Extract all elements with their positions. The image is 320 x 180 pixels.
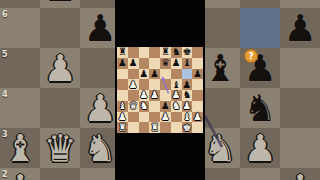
square-h5[interactable] (192, 79, 203, 90)
bg-square-f3: ♞ (200, 128, 240, 168)
bg-rank-label-6: 6 (2, 10, 8, 19)
bg-square-h4 (280, 88, 320, 128)
bg-square-h2: ♟ (280, 168, 320, 180)
square-g7[interactable]: ♝ (182, 58, 193, 69)
bg-square-b7: ♟ (40, 0, 80, 8)
bg-square-f7 (200, 0, 240, 8)
piece-white-bishop: ♝ (182, 112, 191, 122)
square-b1[interactable] (128, 122, 139, 133)
square-f2[interactable] (171, 112, 182, 123)
piece-white-pawn: ♟ (118, 112, 127, 122)
piece-black-knight: ♞ (172, 47, 181, 57)
piece-white-pawn: ♟ (129, 79, 138, 89)
square-a5[interactable] (117, 79, 128, 90)
bg-square-f2 (200, 168, 240, 180)
piece-white-queen: ♛ (129, 101, 138, 111)
piece-black-pawn: ♟ (193, 69, 202, 79)
bg-square-a7 (0, 0, 40, 8)
square-f1[interactable] (171, 122, 182, 133)
square-e5[interactable] (160, 79, 171, 90)
bg-rank-label-2: 2 (2, 170, 8, 179)
piece-white-pawn: ♟ (193, 112, 202, 122)
bg-square-b3: ♛ (40, 128, 80, 168)
bg-square-c4: ♟ (80, 88, 120, 128)
piece-white-pawn: ♟ (182, 101, 191, 111)
bg-piece-white-pawn: ♟ (80, 88, 120, 128)
piece-black-pawn: ♟ (161, 101, 170, 111)
bg-square-g3: ♟ (240, 128, 280, 168)
square-e7[interactable]: ♛ (160, 58, 171, 69)
square-b5[interactable]: ♟ (128, 79, 139, 90)
bg-square-g7 (240, 0, 280, 8)
square-a6[interactable] (117, 69, 128, 80)
bg-square-c2 (80, 168, 120, 180)
piece-black-pawn: ♟ (118, 58, 127, 68)
bg-square-b2 (40, 168, 80, 180)
piece-black-knight: ♞ (182, 90, 191, 100)
bg-square-c5 (80, 48, 120, 88)
piece-white-rook: ♜ (150, 122, 159, 132)
square-a7[interactable]: ♟ (117, 58, 128, 69)
bg-piece-black-pawn: ♟ (40, 0, 80, 8)
bg-rank-label-3: 3 (2, 130, 8, 139)
bg-piece-white-pawn: ♟ (240, 128, 280, 168)
square-b3[interactable]: ♛ (128, 101, 139, 112)
square-d3[interactable] (149, 101, 160, 112)
square-e2[interactable]: ♟ (160, 112, 171, 123)
square-c3[interactable]: ♞ (139, 101, 150, 112)
square-c1[interactable] (139, 122, 150, 133)
piece-black-rook: ♜ (161, 47, 170, 57)
bg-square-b6 (40, 8, 80, 48)
bg-square-f4 (200, 88, 240, 128)
piece-white-bishop: ♝ (118, 101, 127, 111)
piece-black-queen: ♛ (161, 58, 170, 68)
bg-piece-black-bishop: ♝ (200, 48, 240, 88)
piece-black-bishop: ♝ (172, 79, 181, 89)
bg-square-c6: ♟ (80, 8, 120, 48)
piece-black-rook: ♜ (118, 47, 127, 57)
square-c2[interactable] (139, 112, 150, 123)
square-d1[interactable]: ♜ (149, 122, 160, 133)
bg-rank-label-5: 5 (2, 50, 8, 59)
square-a1[interactable]: ♜ (117, 122, 128, 133)
piece-black-pawn: ♟ (172, 58, 181, 68)
piece-white-knight: ♞ (172, 101, 181, 111)
bg-piece-black-pawn: ♟ (80, 8, 120, 48)
bg-piece-black-knight: ♞ (240, 88, 280, 128)
piece-black-king: ♚ (182, 47, 191, 57)
piece-white-pawn: ♟ (172, 90, 181, 100)
piece-black-pawn: ♟ (129, 58, 138, 68)
bg-piece-white-knight: ♞ (80, 128, 120, 168)
square-b7[interactable]: ♟ (128, 58, 139, 69)
bg-square-f6 (200, 8, 240, 48)
square-h4[interactable] (192, 90, 203, 101)
square-d4[interactable]: ♟ (149, 90, 160, 101)
bg-square-f5: ♝ (200, 48, 240, 88)
piece-white-pawn: ♟ (139, 90, 148, 100)
piece-black-pawn: ♟ (182, 79, 191, 89)
bg-piece-white-queen: ♛ (40, 128, 80, 168)
piece-white-knight: ♞ (139, 101, 148, 111)
square-d8[interactable] (149, 47, 160, 58)
chess-board: ♜♜♞♚♟♟♛♟♝♟♟♟♟♝♟♟♟♟♞♝♛♞♟♞♟♟♟♝♟♜♜♚ (117, 47, 203, 133)
square-f3[interactable]: ♞ (171, 101, 182, 112)
square-g1[interactable]: ♚ (182, 122, 193, 133)
piece-white-rook: ♜ (118, 122, 127, 132)
square-h2[interactable]: ♟ (192, 112, 203, 123)
bg-square-g2 (240, 168, 280, 180)
square-e1[interactable] (160, 122, 171, 133)
square-h1[interactable] (192, 122, 203, 133)
bg-square-b5: ♟ (40, 48, 80, 88)
video-frame: ♟♟♟♟♝♟♟♞♝♛♞♞♟♟♟ ? ♜♜♞♚♟♟♛♟♝♟♟♟♟♝♟♟♟♟♞♝♛♞… (0, 0, 320, 180)
bg-square-h3 (280, 128, 320, 168)
bg-square-g6 (240, 8, 280, 48)
bg-piece-white-pawn: ♟ (280, 168, 320, 180)
piece-white-king: ♚ (182, 122, 191, 132)
bg-square-g4: ♞ (240, 88, 280, 128)
square-c6[interactable]: ♟ (139, 69, 150, 80)
piece-white-pawn: ♟ (150, 90, 159, 100)
bg-square-h5 (280, 48, 320, 88)
square-d6[interactable]: ♟ (149, 69, 160, 80)
square-c8[interactable] (139, 47, 150, 58)
bg-piece-white-knight: ♞ (200, 128, 240, 168)
square-b2[interactable] (128, 112, 139, 123)
piece-black-pawn: ♟ (150, 69, 159, 79)
square-h6[interactable]: ♟ (192, 69, 203, 80)
square-f7[interactable]: ♟ (171, 58, 182, 69)
piece-black-pawn: ♟ (139, 69, 148, 79)
bg-square-h6: ♟ (280, 8, 320, 48)
bg-square-b4 (40, 88, 80, 128)
square-h8[interactable] (192, 47, 203, 58)
bg-piece-black-pawn: ♟ (280, 8, 320, 48)
bg-piece-white-pawn: ♟ (40, 48, 80, 88)
piece-black-bishop: ♝ (182, 58, 191, 68)
bg-square-c3: ♞ (80, 128, 120, 168)
piece-white-pawn: ♟ (161, 112, 170, 122)
square-e6[interactable] (160, 69, 171, 80)
mistake-badge: ? (244, 49, 258, 63)
bg-rank-label-4: 4 (2, 90, 8, 99)
